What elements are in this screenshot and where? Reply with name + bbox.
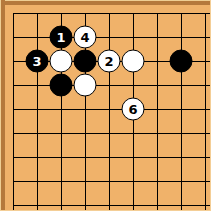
stone-white — [122, 50, 145, 73]
board-frame-top — [0, 0, 211, 5]
move-number-label: 3 — [32, 55, 41, 68]
stone-white-move-6: 6 — [122, 98, 145, 121]
move-number-label: 2 — [104, 55, 113, 68]
stone-black-move-3: 3 — [26, 50, 49, 73]
grid-lines — [13, 13, 211, 211]
move-number-label: 1 — [56, 31, 65, 44]
stone-black-move-1: 1 — [50, 26, 73, 49]
stone-white-move-4: 4 — [74, 26, 97, 49]
go-board: 14326 — [0, 0, 211, 211]
stone-white — [50, 50, 73, 73]
move-number-label: 6 — [128, 103, 137, 116]
board-frame-bottom — [0, 210, 211, 211]
stone-white-move-2: 2 — [98, 50, 121, 73]
stone-black — [50, 74, 73, 97]
board-frame-left — [0, 0, 5, 211]
stone-black — [74, 50, 97, 73]
board-frame-right — [210, 0, 211, 211]
stone-black — [170, 50, 193, 73]
stone-white — [74, 74, 97, 97]
move-number-label: 4 — [80, 31, 89, 44]
